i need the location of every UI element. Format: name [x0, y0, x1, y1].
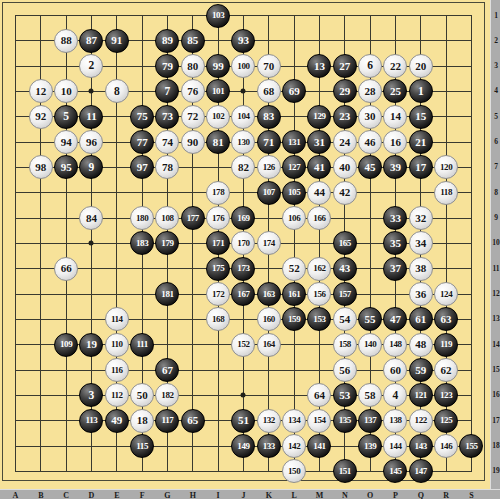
move-number: 130 — [237, 138, 249, 147]
star-point — [89, 241, 94, 246]
stone-move-8[interactable]: 8 — [105, 79, 129, 103]
move-number: 22 — [390, 61, 401, 72]
stone-move-66[interactable]: 66 — [54, 257, 78, 281]
stone-move-31[interactable]: 31 — [307, 130, 331, 154]
move-number: 106 — [288, 214, 300, 223]
stone-move-59[interactable]: 59 — [409, 358, 433, 382]
stone-move-173[interactable]: 173 — [231, 257, 255, 281]
stone-move-152[interactable]: 152 — [231, 333, 255, 357]
row-label-2: 2 — [491, 36, 500, 46]
move-number: 53 — [339, 390, 350, 401]
stone-move-37[interactable]: 37 — [383, 257, 407, 281]
stone-move-77[interactable]: 77 — [130, 130, 154, 154]
move-number: 51 — [238, 415, 249, 426]
stone-move-5[interactable]: 5 — [54, 105, 78, 129]
stone-move-40[interactable]: 40 — [333, 155, 357, 179]
move-number: 58 — [365, 390, 376, 401]
stone-move-107[interactable]: 107 — [257, 181, 281, 205]
move-number: 47 — [390, 314, 401, 325]
stone-move-99[interactable]: 99 — [206, 54, 230, 78]
move-number: 116 — [111, 366, 123, 375]
stone-move-130[interactable]: 130 — [231, 130, 255, 154]
stone-move-81[interactable]: 81 — [206, 130, 230, 154]
move-number: 169 — [237, 214, 249, 223]
move-number: 146 — [440, 442, 452, 451]
stone-move-72[interactable]: 72 — [181, 105, 205, 129]
stone-move-144[interactable]: 144 — [383, 434, 407, 458]
stone-move-71[interactable]: 71 — [257, 130, 281, 154]
stone-move-80[interactable]: 80 — [181, 54, 205, 78]
stone-move-49[interactable]: 49 — [105, 409, 129, 433]
stone-move-75[interactable]: 75 — [130, 105, 154, 129]
stone-move-24[interactable]: 24 — [333, 130, 357, 154]
stone-move-43[interactable]: 43 — [333, 257, 357, 281]
stone-move-158[interactable]: 158 — [333, 333, 357, 357]
stone-move-33[interactable]: 33 — [383, 206, 407, 230]
stone-move-133[interactable]: 133 — [257, 434, 281, 458]
stone-move-1[interactable]: 1 — [409, 79, 433, 103]
move-number: 87 — [86, 35, 97, 46]
stone-move-112[interactable]: 112 — [105, 383, 129, 407]
stone-move-94[interactable]: 94 — [54, 130, 78, 154]
stone-move-165[interactable]: 165 — [333, 231, 357, 255]
stone-move-61[interactable]: 61 — [409, 307, 433, 331]
row-label-15: 15 — [491, 365, 500, 375]
stone-move-102[interactable]: 102 — [206, 105, 230, 129]
stone-move-143[interactable]: 143 — [409, 434, 433, 458]
move-number: 99 — [213, 61, 224, 72]
move-number: 93 — [238, 35, 249, 46]
stone-move-116[interactable]: 116 — [105, 358, 129, 382]
move-number: 39 — [390, 162, 401, 173]
stone-move-170[interactable]: 170 — [231, 231, 255, 255]
stone-move-2[interactable]: 2 — [79, 54, 103, 78]
stone-move-127[interactable]: 127 — [282, 155, 306, 179]
stone-move-114[interactable]: 114 — [105, 307, 129, 331]
stone-move-60[interactable]: 60 — [383, 358, 407, 382]
stone-move-180[interactable]: 180 — [130, 206, 154, 230]
stone-move-139[interactable]: 139 — [358, 434, 382, 458]
stone-move-154[interactable]: 154 — [307, 409, 331, 433]
stone-move-27[interactable]: 27 — [333, 54, 357, 78]
move-number: 23 — [339, 111, 350, 122]
stone-move-47[interactable]: 47 — [383, 307, 407, 331]
move-number: 157 — [339, 290, 351, 299]
stone-move-54[interactable]: 54 — [333, 307, 357, 331]
stone-move-62[interactable]: 62 — [434, 358, 458, 382]
move-number: 42 — [339, 187, 350, 198]
stone-move-122[interactable]: 122 — [409, 409, 433, 433]
stone-move-74[interactable]: 74 — [155, 130, 179, 154]
row-label-1: 1 — [491, 11, 500, 21]
move-number: 129 — [313, 112, 325, 121]
move-number: 177 — [187, 214, 199, 223]
move-number: 133 — [263, 442, 275, 451]
stone-move-12[interactable]: 12 — [29, 79, 53, 103]
move-number: 24 — [339, 137, 350, 148]
column-label-N: N — [338, 490, 352, 499]
move-number: 63 — [441, 314, 452, 325]
column-label-B: B — [34, 490, 48, 499]
move-number: 181 — [161, 290, 173, 299]
star-point — [241, 393, 246, 398]
stone-move-78[interactable]: 78 — [155, 155, 179, 179]
stone-move-156[interactable]: 156 — [307, 282, 331, 306]
move-number: 79 — [162, 61, 173, 72]
move-number: 160 — [263, 315, 275, 324]
move-number: 89 — [162, 35, 173, 46]
stone-move-46[interactable]: 46 — [358, 130, 382, 154]
stone-move-48[interactable]: 48 — [409, 333, 433, 357]
row-label-13: 13 — [491, 314, 500, 324]
stone-move-79[interactable]: 79 — [155, 54, 179, 78]
stone-move-117[interactable]: 117 — [155, 409, 179, 433]
move-number: 122 — [415, 416, 427, 425]
move-number: 167 — [237, 290, 249, 299]
column-label-Q: Q — [414, 490, 428, 499]
move-number: 92 — [35, 111, 46, 122]
move-number: 165 — [339, 239, 351, 248]
move-number: 97 — [137, 162, 148, 173]
stone-move-138[interactable]: 138 — [383, 409, 407, 433]
stone-move-85[interactable]: 85 — [181, 29, 205, 53]
stone-move-106[interactable]: 106 — [282, 206, 306, 230]
move-number: 34 — [415, 238, 426, 249]
stone-move-162[interactable]: 162 — [307, 257, 331, 281]
stone-move-104[interactable]: 104 — [231, 105, 255, 129]
stone-move-160[interactable]: 160 — [257, 307, 281, 331]
move-number: 143 — [415, 442, 427, 451]
move-number: 183 — [136, 239, 148, 248]
move-number: 117 — [162, 416, 174, 425]
move-number: 7 — [165, 86, 171, 98]
move-number: 141 — [313, 442, 325, 451]
move-number: 155 — [465, 442, 477, 451]
stone-move-174[interactable]: 174 — [257, 231, 281, 255]
move-number: 174 — [263, 239, 275, 248]
move-number: 75 — [137, 111, 148, 122]
stone-move-132[interactable]: 132 — [257, 409, 281, 433]
stone-move-149[interactable]: 149 — [231, 434, 255, 458]
stone-move-175[interactable]: 175 — [206, 257, 230, 281]
move-number: 8 — [114, 86, 120, 98]
move-number: 80 — [187, 61, 198, 72]
stone-move-121[interactable]: 121 — [409, 383, 433, 407]
stone-move-166[interactable]: 166 — [307, 206, 331, 230]
row-label-19: 19 — [491, 466, 500, 476]
row-label-18: 18 — [491, 441, 500, 451]
stone-move-110[interactable]: 110 — [105, 333, 129, 357]
move-number: 103 — [212, 11, 224, 20]
stone-move-178[interactable]: 178 — [206, 181, 230, 205]
stone-move-96[interactable]: 96 — [79, 130, 103, 154]
stone-move-58[interactable]: 58 — [358, 383, 382, 407]
stone-move-98[interactable]: 98 — [29, 155, 53, 179]
stone-move-29[interactable]: 29 — [333, 79, 357, 103]
stone-move-126[interactable]: 126 — [257, 155, 281, 179]
stone-move-176[interactable]: 176 — [206, 206, 230, 230]
move-number: 139 — [364, 442, 376, 451]
stone-move-73[interactable]: 73 — [155, 105, 179, 129]
stone-move-89[interactable]: 89 — [155, 29, 179, 53]
stone-move-65[interactable]: 65 — [181, 409, 205, 433]
stone-move-91[interactable]: 91 — [105, 29, 129, 53]
move-number: 52 — [289, 263, 300, 274]
stone-move-11[interactable]: 11 — [79, 105, 103, 129]
move-number: 156 — [313, 290, 325, 299]
move-number: 137 — [364, 416, 376, 425]
stone-move-38[interactable]: 38 — [409, 257, 433, 281]
move-number: 175 — [212, 264, 224, 273]
stone-move-68[interactable]: 68 — [257, 79, 281, 103]
stone-move-150[interactable]: 150 — [282, 459, 306, 483]
stone-move-137[interactable]: 137 — [358, 409, 382, 433]
move-number: 21 — [415, 137, 426, 148]
stone-move-93[interactable]: 93 — [231, 29, 255, 53]
move-number: 1 — [418, 86, 424, 98]
stone-move-108[interactable]: 108 — [155, 206, 179, 230]
stone-move-10[interactable]: 10 — [54, 79, 78, 103]
move-number: 15 — [415, 111, 426, 122]
stone-move-44[interactable]: 44 — [307, 181, 331, 205]
move-number: 109 — [60, 340, 72, 349]
move-number: 154 — [313, 416, 325, 425]
stone-move-90[interactable]: 90 — [181, 130, 205, 154]
row-label-10: 10 — [491, 238, 500, 248]
stone-move-15[interactable]: 15 — [409, 105, 433, 129]
stone-move-95[interactable]: 95 — [54, 155, 78, 179]
move-number: 72 — [187, 111, 198, 122]
stone-move-35[interactable]: 35 — [383, 231, 407, 255]
move-number: 94 — [61, 137, 72, 148]
stone-move-28[interactable]: 28 — [358, 79, 382, 103]
move-number: 65 — [187, 415, 198, 426]
stone-move-82[interactable]: 82 — [231, 155, 255, 179]
move-number: 132 — [263, 416, 275, 425]
stone-move-142[interactable]: 142 — [282, 434, 306, 458]
stone-move-17[interactable]: 17 — [409, 155, 433, 179]
stone-move-84[interactable]: 84 — [79, 206, 103, 230]
stone-move-125[interactable]: 125 — [434, 409, 458, 433]
move-number: 5 — [63, 111, 69, 123]
stone-move-42[interactable]: 42 — [333, 181, 357, 205]
stone-move-16[interactable]: 16 — [383, 130, 407, 154]
stone-move-161[interactable]: 161 — [282, 282, 306, 306]
stone-move-164[interactable]: 164 — [257, 333, 281, 357]
move-number: 123 — [440, 391, 452, 400]
stone-move-67[interactable]: 67 — [155, 358, 179, 382]
column-label-F: F — [135, 490, 149, 499]
stone-move-120[interactable]: 120 — [434, 155, 458, 179]
move-number: 27 — [339, 61, 350, 72]
stone-move-76[interactable]: 76 — [181, 79, 205, 103]
star-point — [89, 89, 94, 94]
move-number: 124 — [440, 290, 452, 299]
stone-move-83[interactable]: 83 — [257, 105, 281, 129]
move-number: 115 — [136, 442, 148, 451]
stone-move-13[interactable]: 13 — [307, 54, 331, 78]
move-number: 107 — [263, 188, 275, 197]
stone-move-63[interactable]: 63 — [434, 307, 458, 331]
move-number: 182 — [161, 391, 173, 400]
stone-move-53[interactable]: 53 — [333, 383, 357, 407]
stone-move-131[interactable]: 131 — [282, 130, 306, 154]
stone-move-171[interactable]: 171 — [206, 231, 230, 255]
stone-move-113[interactable]: 113 — [79, 409, 103, 433]
move-number: 134 — [288, 416, 300, 425]
stone-move-115[interactable]: 115 — [130, 434, 154, 458]
stone-move-69[interactable]: 69 — [282, 79, 306, 103]
stone-move-155[interactable]: 155 — [459, 434, 483, 458]
move-number: 121 — [415, 391, 427, 400]
stone-move-51[interactable]: 51 — [231, 409, 255, 433]
stone-move-6[interactable]: 6 — [358, 54, 382, 78]
move-number: 105 — [288, 188, 300, 197]
stone-move-55[interactable]: 55 — [358, 307, 382, 331]
stone-move-20[interactable]: 20 — [409, 54, 433, 78]
column-label-I: I — [211, 490, 225, 499]
stone-move-147[interactable]: 147 — [409, 459, 433, 483]
stone-move-123[interactable]: 123 — [434, 383, 458, 407]
move-number: 45 — [365, 162, 376, 173]
stone-move-163[interactable]: 163 — [257, 282, 281, 306]
stone-move-177[interactable]: 177 — [181, 206, 205, 230]
stone-move-52[interactable]: 52 — [282, 257, 306, 281]
stone-move-135[interactable]: 135 — [333, 409, 357, 433]
column-label-J: J — [236, 490, 250, 499]
column-label-L: L — [287, 490, 301, 499]
stone-move-92[interactable]: 92 — [29, 105, 53, 129]
stone-move-167[interactable]: 167 — [231, 282, 255, 306]
move-number: 112 — [111, 391, 123, 400]
move-number: 81 — [213, 137, 224, 148]
move-number: 142 — [288, 442, 300, 451]
stone-move-19[interactable]: 19 — [79, 333, 103, 357]
stone-move-146[interactable]: 146 — [434, 434, 458, 458]
stone-move-118[interactable]: 118 — [434, 181, 458, 205]
move-number: 59 — [415, 365, 426, 376]
stone-move-103[interactable]: 103 — [206, 4, 230, 28]
move-number: 100 — [237, 62, 249, 71]
stone-move-21[interactable]: 21 — [409, 130, 433, 154]
stone-move-151[interactable]: 151 — [333, 459, 357, 483]
stone-move-168[interactable]: 168 — [206, 307, 230, 331]
stone-move-141[interactable]: 141 — [307, 434, 331, 458]
stone-move-181[interactable]: 181 — [155, 282, 179, 306]
stone-move-105[interactable]: 105 — [282, 181, 306, 205]
stone-move-45[interactable]: 45 — [358, 155, 382, 179]
stone-move-169[interactable]: 169 — [231, 206, 255, 230]
stone-move-3[interactable]: 3 — [79, 383, 103, 407]
stone-move-179[interactable]: 179 — [155, 231, 179, 255]
row-label-8: 8 — [491, 188, 500, 198]
move-number: 32 — [415, 213, 426, 224]
stone-move-100[interactable]: 100 — [231, 54, 255, 78]
go-board[interactable]: 1038887918985932798099100701327622201210… — [0, 0, 490, 489]
move-number: 131 — [288, 138, 300, 147]
stone-move-157[interactable]: 157 — [333, 282, 357, 306]
move-number: 148 — [389, 340, 401, 349]
stone-move-111[interactable]: 111 — [130, 333, 154, 357]
stone-move-145[interactable]: 145 — [383, 459, 407, 483]
move-number: 178 — [212, 188, 224, 197]
column-label-C: C — [59, 490, 73, 499]
move-number: 135 — [339, 416, 351, 425]
stone-move-159[interactable]: 159 — [282, 307, 306, 331]
move-number: 98 — [35, 162, 46, 173]
stone-move-22[interactable]: 22 — [383, 54, 407, 78]
stone-move-41[interactable]: 41 — [307, 155, 331, 179]
stone-move-134[interactable]: 134 — [282, 409, 306, 433]
column-label-H: H — [186, 490, 200, 499]
stone-move-119[interactable]: 119 — [434, 333, 458, 357]
row-label-16: 16 — [491, 390, 500, 400]
stone-move-70[interactable]: 70 — [257, 54, 281, 78]
stone-move-36[interactable]: 36 — [409, 282, 433, 306]
stone-move-172[interactable]: 172 — [206, 282, 230, 306]
move-number: 164 — [263, 340, 275, 349]
stone-move-153[interactable]: 153 — [307, 307, 331, 331]
move-number: 13 — [314, 61, 325, 72]
stone-move-124[interactable]: 124 — [434, 282, 458, 306]
stone-move-56[interactable]: 56 — [333, 358, 357, 382]
stone-move-129[interactable]: 129 — [307, 105, 331, 129]
stone-move-34[interactable]: 34 — [409, 231, 433, 255]
stone-move-25[interactable]: 25 — [383, 79, 407, 103]
stone-move-101[interactable]: 101 — [206, 79, 230, 103]
stone-move-64[interactable]: 64 — [307, 383, 331, 407]
move-number: 159 — [288, 315, 300, 324]
stone-move-30[interactable]: 30 — [358, 105, 382, 129]
stone-move-39[interactable]: 39 — [383, 155, 407, 179]
move-number: 138 — [389, 416, 401, 425]
move-number: 35 — [390, 238, 401, 249]
move-number: 66 — [61, 263, 72, 274]
move-number: 170 — [237, 239, 249, 248]
move-number: 110 — [111, 340, 123, 349]
move-number: 10 — [61, 86, 72, 97]
stone-move-7[interactable]: 7 — [155, 79, 179, 103]
stone-move-32[interactable]: 32 — [409, 206, 433, 230]
move-number: 120 — [440, 163, 452, 172]
stone-move-140[interactable]: 140 — [358, 333, 382, 357]
move-number: 91 — [111, 35, 122, 46]
stone-move-23[interactable]: 23 — [333, 105, 357, 129]
stone-move-182[interactable]: 182 — [155, 383, 179, 407]
move-number: 68 — [263, 86, 274, 97]
column-label-R: R — [439, 490, 453, 499]
move-number: 67 — [162, 365, 173, 376]
stone-move-97[interactable]: 97 — [130, 155, 154, 179]
stone-move-183[interactable]: 183 — [130, 231, 154, 255]
move-number: 17 — [415, 162, 426, 173]
stone-move-14[interactable]: 14 — [383, 105, 407, 129]
move-number: 16 — [390, 137, 401, 148]
stone-move-109[interactable]: 109 — [54, 333, 78, 357]
stone-move-87[interactable]: 87 — [79, 29, 103, 53]
stone-move-9[interactable]: 9 — [79, 155, 103, 179]
column-label-G: G — [160, 490, 174, 499]
stone-move-88[interactable]: 88 — [54, 29, 78, 53]
row-label-3: 3 — [491, 61, 500, 71]
stone-move-148[interactable]: 148 — [383, 333, 407, 357]
move-number: 82 — [238, 162, 249, 173]
stone-move-50[interactable]: 50 — [130, 383, 154, 407]
move-number: 84 — [86, 213, 97, 224]
stone-move-18[interactable]: 18 — [130, 409, 154, 433]
column-label-P: P — [388, 490, 402, 499]
stone-move-4[interactable]: 4 — [383, 383, 407, 407]
